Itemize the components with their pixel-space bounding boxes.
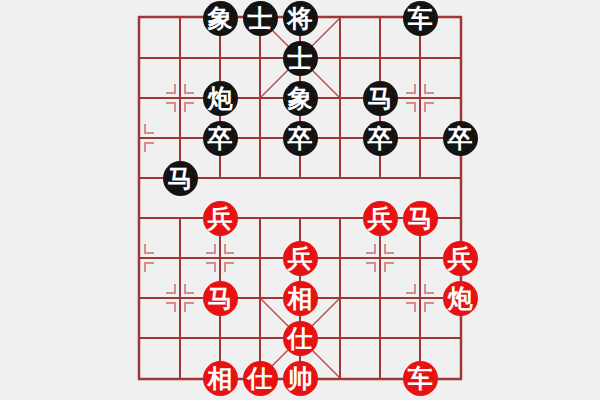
black-elephant-piece[interactable]: 象	[283, 81, 318, 116]
black-horse-piece[interactable]: 马	[363, 81, 398, 116]
pieces-layer: 象士将车士炮象马卒卒卒卒马兵兵马兵兵马相炮仕相仕帅车	[140, 18, 460, 378]
red-advisor-piece[interactable]: 仕	[283, 321, 318, 356]
red-horse-piece[interactable]: 马	[203, 281, 238, 316]
red-advisor-piece[interactable]: 仕	[243, 361, 278, 396]
xiangqi-board: 象士将车士炮象马卒卒卒卒马兵兵马兵兵马相炮仕相仕帅车	[140, 18, 460, 378]
black-soldier-piece[interactable]: 卒	[443, 121, 478, 156]
red-horse-piece[interactable]: 马	[403, 201, 438, 236]
red-elephant-piece[interactable]: 相	[283, 281, 318, 316]
black-king-piece[interactable]: 将	[283, 1, 318, 36]
black-elephant-piece[interactable]: 象	[203, 1, 238, 36]
black-horse-piece[interactable]: 马	[163, 161, 198, 196]
black-soldier-piece[interactable]: 卒	[283, 121, 318, 156]
red-king-piece[interactable]: 帅	[283, 361, 318, 396]
red-cannon-piece[interactable]: 炮	[443, 281, 478, 316]
red-chariot-piece[interactable]: 车	[403, 361, 438, 396]
black-chariot-piece[interactable]: 车	[403, 1, 438, 36]
red-elephant-piece[interactable]: 相	[203, 361, 238, 396]
black-cannon-piece[interactable]: 炮	[203, 81, 238, 116]
black-advisor-piece[interactable]: 士	[283, 41, 318, 76]
red-soldier-piece[interactable]: 兵	[443, 241, 478, 276]
xiangqi-screenshot: 象士将车士炮象马卒卒卒卒马兵兵马兵兵马相炮仕相仕帅车	[0, 0, 600, 400]
red-soldier-piece[interactable]: 兵	[283, 241, 318, 276]
red-soldier-piece[interactable]: 兵	[363, 201, 398, 236]
black-soldier-piece[interactable]: 卒	[203, 121, 238, 156]
black-soldier-piece[interactable]: 卒	[363, 121, 398, 156]
red-soldier-piece[interactable]: 兵	[203, 201, 238, 236]
black-advisor-piece[interactable]: 士	[243, 1, 278, 36]
